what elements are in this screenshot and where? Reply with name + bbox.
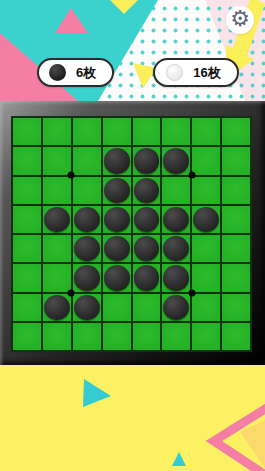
board-cell-b8[interactable] [43, 323, 71, 350]
board-cell-d2[interactable] [103, 147, 131, 174]
black-disc [74, 295, 100, 320]
board-cell-e8[interactable] [133, 323, 161, 350]
star-point [188, 172, 195, 179]
black-disc [74, 265, 100, 290]
board-cell-a1[interactable] [13, 118, 41, 145]
board-cell-a6[interactable] [13, 264, 41, 291]
black-disc [104, 148, 130, 173]
black-disc [134, 148, 160, 173]
board-grid [11, 116, 252, 352]
board-cell-h3[interactable] [222, 177, 250, 204]
board-cell-c2[interactable] [73, 147, 101, 174]
black-disc [104, 178, 130, 203]
white-score-pill: 16枚 [153, 58, 239, 87]
board-cell-f1[interactable] [162, 118, 190, 145]
black-disc [134, 265, 160, 290]
board-cell-g3[interactable] [192, 177, 220, 204]
black-score-label: 6枚 [66, 64, 112, 82]
board-cell-c5[interactable] [73, 235, 101, 262]
board-cell-h6[interactable] [222, 264, 250, 291]
settings-button[interactable]: ⚙ [226, 6, 254, 34]
black-disc [104, 207, 130, 232]
black-disc [134, 236, 160, 261]
black-disc [134, 178, 160, 203]
teal-triangle-small [172, 452, 186, 466]
board-cell-b2[interactable] [43, 147, 71, 174]
board-cell-h8[interactable] [222, 323, 250, 350]
board-cell-a2[interactable] [13, 147, 41, 174]
board-cell-f6[interactable] [162, 264, 190, 291]
board-cell-c8[interactable] [73, 323, 101, 350]
board-cell-d1[interactable] [103, 118, 131, 145]
gear-icon: ⚙ [230, 8, 250, 30]
board-cell-b3[interactable] [43, 177, 71, 204]
black-disc [163, 265, 189, 290]
board-cell-b7[interactable] [43, 294, 71, 321]
app-screen: 6枚 16枚 ⚙ [0, 0, 265, 471]
black-disc [104, 265, 130, 290]
white-score-label: 16枚 [183, 64, 237, 82]
board-cell-f2[interactable] [162, 147, 190, 174]
board-cell-h1[interactable] [222, 118, 250, 145]
board-cell-e2[interactable] [133, 147, 161, 174]
board-cell-a8[interactable] [13, 323, 41, 350]
board-cell-g1[interactable] [192, 118, 220, 145]
board-cell-c3[interactable] [73, 177, 101, 204]
teal-triangle-left [83, 379, 111, 407]
board-cell-d8[interactable] [103, 323, 131, 350]
board-cell-e3[interactable] [133, 177, 161, 204]
board-cell-f8[interactable] [162, 323, 190, 350]
board-frame [0, 101, 265, 365]
board-cell-b5[interactable] [43, 235, 71, 262]
black-disc [74, 236, 100, 261]
board-cell-f7[interactable] [162, 294, 190, 321]
black-disc [193, 207, 219, 232]
board-cell-c4[interactable] [73, 206, 101, 233]
board-cell-e4[interactable] [133, 206, 161, 233]
black-disc [44, 295, 70, 320]
black-disc-icon [49, 64, 66, 81]
board-cell-e6[interactable] [133, 264, 161, 291]
orange-triangle [240, 420, 265, 468]
star-point [68, 290, 75, 297]
board-cell-b4[interactable] [43, 206, 71, 233]
star-point [68, 172, 75, 179]
board-cell-e7[interactable] [133, 294, 161, 321]
board-cell-g2[interactable] [192, 147, 220, 174]
black-disc [134, 207, 160, 232]
board-cell-h2[interactable] [222, 147, 250, 174]
pink-outline-triangle [214, 397, 265, 471]
board-cell-e5[interactable] [133, 235, 161, 262]
board-cell-g5[interactable] [192, 235, 220, 262]
board-cell-a4[interactable] [13, 206, 41, 233]
board-cell-e1[interactable] [133, 118, 161, 145]
board-cell-g8[interactable] [192, 323, 220, 350]
board-cell-d4[interactable] [103, 206, 131, 233]
board-cell-h7[interactable] [222, 294, 250, 321]
board-cell-a3[interactable] [13, 177, 41, 204]
board-cell-c7[interactable] [73, 294, 101, 321]
board-cell-a7[interactable] [13, 294, 41, 321]
black-disc [163, 236, 189, 261]
black-score-pill: 6枚 [37, 58, 114, 87]
black-disc [44, 207, 70, 232]
star-point [188, 290, 195, 297]
board-cell-f3[interactable] [162, 177, 190, 204]
black-disc [163, 295, 189, 320]
board-cell-d6[interactable] [103, 264, 131, 291]
board-cell-c6[interactable] [73, 264, 101, 291]
black-disc [74, 207, 100, 232]
board-cell-f5[interactable] [162, 235, 190, 262]
board-cell-b1[interactable] [43, 118, 71, 145]
white-disc-icon [166, 64, 183, 81]
board-cell-f4[interactable] [162, 206, 190, 233]
board-cell-d3[interactable] [103, 177, 131, 204]
board-cell-c1[interactable] [73, 118, 101, 145]
board-cell-g6[interactable] [192, 264, 220, 291]
black-disc [104, 236, 130, 261]
board-cell-d7[interactable] [103, 294, 131, 321]
board-cell-g7[interactable] [192, 294, 220, 321]
board-cell-d5[interactable] [103, 235, 131, 262]
black-disc [163, 148, 189, 173]
board-cell-g4[interactable] [192, 206, 220, 233]
board-cell-a5[interactable] [13, 235, 41, 262]
board-cell-h4[interactable] [222, 206, 250, 233]
black-disc [163, 207, 189, 232]
board-cell-b6[interactable] [43, 264, 71, 291]
board-cell-h5[interactable] [222, 235, 250, 262]
